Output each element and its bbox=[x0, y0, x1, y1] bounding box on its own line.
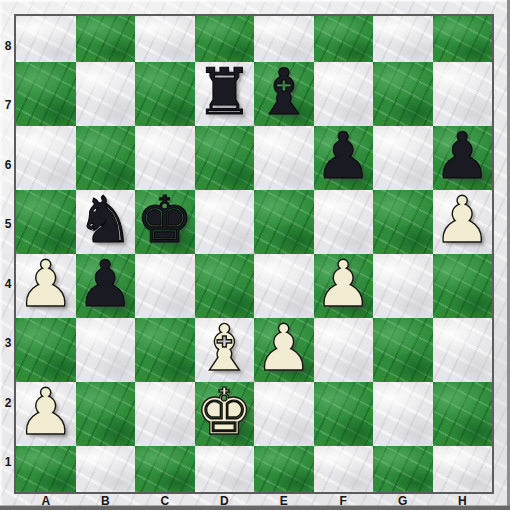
square-c2[interactable] bbox=[135, 382, 195, 446]
square-f3[interactable] bbox=[314, 318, 374, 382]
square-a3[interactable] bbox=[16, 318, 76, 382]
square-a8[interactable] bbox=[16, 16, 76, 62]
square-h5[interactable]: ♟ bbox=[433, 190, 493, 254]
square-a5[interactable] bbox=[16, 190, 76, 254]
square-b5[interactable]: ♞ bbox=[76, 190, 136, 254]
square-c4[interactable] bbox=[135, 254, 195, 318]
piece-white-pawn[interactable]: ♟ bbox=[17, 252, 74, 316]
square-b7[interactable] bbox=[76, 62, 136, 126]
square-h1[interactable] bbox=[433, 446, 493, 492]
square-h6[interactable]: ♟ bbox=[433, 126, 493, 190]
square-a7[interactable] bbox=[16, 62, 76, 126]
square-g1[interactable] bbox=[373, 446, 433, 492]
square-e7[interactable]: ♝ bbox=[254, 62, 314, 126]
square-h4[interactable] bbox=[433, 254, 493, 318]
piece-black-pawn[interactable]: ♟ bbox=[77, 252, 134, 316]
frame-bevel-left bbox=[0, 0, 3, 510]
square-d5[interactable] bbox=[195, 190, 255, 254]
square-g7[interactable] bbox=[373, 62, 433, 126]
square-c3[interactable] bbox=[135, 318, 195, 382]
square-f4[interactable]: ♟ bbox=[314, 254, 374, 318]
square-c6[interactable] bbox=[135, 126, 195, 190]
square-d3[interactable]: ♝ bbox=[195, 318, 255, 382]
square-b3[interactable] bbox=[76, 318, 136, 382]
square-d7[interactable]: ♜ bbox=[195, 62, 255, 126]
square-g8[interactable] bbox=[373, 16, 433, 62]
square-h7[interactable] bbox=[433, 62, 493, 126]
piece-black-king[interactable]: ♚ bbox=[136, 188, 193, 252]
square-e6[interactable] bbox=[254, 126, 314, 190]
square-c7[interactable] bbox=[135, 62, 195, 126]
square-d6[interactable] bbox=[195, 126, 255, 190]
square-e1[interactable] bbox=[254, 446, 314, 492]
frame-bevel-bottom bbox=[0, 506, 510, 510]
square-f5[interactable] bbox=[314, 190, 374, 254]
square-f1[interactable] bbox=[314, 446, 374, 492]
piece-white-pawn[interactable]: ♟ bbox=[17, 380, 74, 444]
piece-black-rook[interactable]: ♜ bbox=[196, 60, 253, 124]
piece-black-knight[interactable]: ♞ bbox=[77, 188, 134, 252]
piece-white-king[interactable]: ♚ bbox=[196, 380, 253, 444]
piece-white-pawn[interactable]: ♟ bbox=[255, 316, 312, 380]
square-b4[interactable]: ♟ bbox=[76, 254, 136, 318]
square-h2[interactable] bbox=[433, 382, 493, 446]
square-f7[interactable] bbox=[314, 62, 374, 126]
square-b1[interactable] bbox=[76, 446, 136, 492]
square-g5[interactable] bbox=[373, 190, 433, 254]
square-f2[interactable] bbox=[314, 382, 374, 446]
square-e5[interactable] bbox=[254, 190, 314, 254]
square-a2[interactable]: ♟ bbox=[16, 382, 76, 446]
square-d2[interactable]: ♚ bbox=[195, 382, 255, 446]
chessboard-frame: 87654321 ABCDEFGH ♜♝♟♟♞♚♟♟♟♟♝♟♟♚ bbox=[0, 0, 510, 510]
piece-black-pawn[interactable]: ♟ bbox=[315, 124, 372, 188]
square-h3[interactable] bbox=[433, 318, 493, 382]
piece-white-bishop[interactable]: ♝ bbox=[196, 316, 253, 380]
square-d4[interactable] bbox=[195, 254, 255, 318]
square-g3[interactable] bbox=[373, 318, 433, 382]
square-e3[interactable]: ♟ bbox=[254, 318, 314, 382]
piece-white-pawn[interactable]: ♟ bbox=[434, 188, 491, 252]
square-f6[interactable]: ♟ bbox=[314, 126, 374, 190]
piece-white-pawn[interactable]: ♟ bbox=[315, 252, 372, 316]
piece-black-bishop[interactable]: ♝ bbox=[255, 60, 312, 124]
square-g4[interactable] bbox=[373, 254, 433, 318]
square-h8[interactable] bbox=[433, 16, 493, 62]
piece-black-pawn[interactable]: ♟ bbox=[434, 124, 491, 188]
square-e4[interactable] bbox=[254, 254, 314, 318]
square-c1[interactable] bbox=[135, 446, 195, 492]
square-d1[interactable] bbox=[195, 446, 255, 492]
square-b6[interactable] bbox=[76, 126, 136, 190]
square-f8[interactable] bbox=[314, 16, 374, 62]
square-c5[interactable]: ♚ bbox=[135, 190, 195, 254]
square-b8[interactable] bbox=[76, 16, 136, 62]
square-e2[interactable] bbox=[254, 382, 314, 446]
square-a4[interactable]: ♟ bbox=[16, 254, 76, 318]
chess-board[interactable]: ♜♝♟♟♞♚♟♟♟♟♝♟♟♚ bbox=[16, 16, 492, 492]
square-g2[interactable] bbox=[373, 382, 433, 446]
square-b2[interactable] bbox=[76, 382, 136, 446]
square-c8[interactable] bbox=[135, 16, 195, 62]
square-a6[interactable] bbox=[16, 126, 76, 190]
frame-bevel-top bbox=[0, 0, 510, 3]
square-a1[interactable] bbox=[16, 446, 76, 492]
square-g6[interactable] bbox=[373, 126, 433, 190]
